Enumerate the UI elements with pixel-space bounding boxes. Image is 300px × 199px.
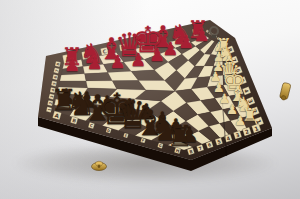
brass-latch-icon bbox=[279, 82, 291, 101]
wood-glare bbox=[0, 0, 300, 199]
ring-base bbox=[212, 35, 217, 38]
brass-clasp-icon bbox=[92, 161, 107, 170]
three-player-chess-photo: ABCDEFGH123456788765432112345678HGFEDCBA… bbox=[0, 0, 300, 199]
three-player-chess-board: ABCDEFGH123456788765432112345678HGFEDCBA… bbox=[0, 0, 300, 199]
